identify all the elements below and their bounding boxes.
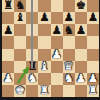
square-a8[interactable]: ♜	[2, 0, 14, 12]
square-g1[interactable]	[75, 85, 87, 97]
square-b7[interactable]: ♝	[14, 12, 26, 24]
square-d5[interactable]	[38, 36, 50, 48]
square-a3[interactable]	[2, 61, 14, 73]
square-d8[interactable]	[38, 0, 50, 12]
white-bishop-d3[interactable]: ♝	[39, 61, 49, 72]
black-pawn-h7[interactable]: ♟	[88, 12, 98, 23]
square-e7[interactable]	[51, 12, 63, 24]
square-e8[interactable]	[51, 0, 63, 12]
square-g4[interactable]	[75, 49, 87, 61]
square-e2[interactable]	[51, 73, 63, 85]
square-f8[interactable]	[63, 0, 75, 12]
square-f7[interactable]: ♟	[63, 12, 75, 24]
square-h8[interactable]	[87, 0, 99, 12]
black-knight-b8[interactable]: ♞	[15, 0, 25, 11]
square-b8[interactable]: ♞	[14, 0, 26, 12]
square-e5[interactable]	[51, 36, 63, 48]
square-a7[interactable]	[2, 12, 14, 24]
white-rook-h1[interactable]: ♜	[88, 85, 98, 96]
white-knight-f2[interactable]: ♞	[64, 73, 74, 84]
black-rook-a8[interactable]: ♜	[3, 0, 13, 11]
square-h6[interactable]	[87, 24, 99, 36]
square-b2[interactable]	[14, 73, 26, 85]
square-h2[interactable]: ♟	[87, 73, 99, 85]
white-rook-d1[interactable]: ♜	[39, 85, 49, 96]
square-c1[interactable]	[26, 85, 38, 97]
square-a4[interactable]	[2, 49, 14, 61]
chess-board-frame: ♜♞♚♝♟♟♟♟♟♞♟♟♜♝♛♟♞♞♟♟♚♜♜	[0, 0, 100, 100]
square-c2[interactable]: ♞	[26, 73, 38, 85]
square-h4[interactable]	[87, 49, 99, 61]
square-b1[interactable]: ♚	[14, 85, 26, 97]
black-pawn-a6[interactable]: ♟	[3, 24, 13, 35]
white-knight-c2[interactable]: ♞	[27, 73, 37, 84]
square-b3[interactable]	[14, 61, 26, 73]
square-e6[interactable]: ♟	[51, 24, 63, 36]
square-f6[interactable]: ♞	[63, 24, 75, 36]
square-f4[interactable]	[63, 49, 75, 61]
white-pawn-g2[interactable]: ♟	[76, 73, 86, 84]
square-a6[interactable]: ♟	[2, 24, 14, 36]
square-h5[interactable]	[87, 36, 99, 48]
square-d4[interactable]	[38, 49, 50, 61]
black-pawn-e6[interactable]: ♟	[51, 24, 61, 35]
square-f3[interactable]: ♛	[63, 61, 75, 73]
square-f2[interactable]: ♞	[63, 73, 75, 85]
white-queen-f3[interactable]: ♛	[64, 61, 74, 72]
square-a1[interactable]	[2, 85, 14, 97]
white-pawn-h2[interactable]: ♟	[88, 73, 98, 84]
black-pawn-g6[interactable]: ♟	[76, 24, 86, 35]
square-d3[interactable]: ♝	[38, 61, 50, 73]
chess-board[interactable]: ♜♞♚♝♟♟♟♟♟♞♟♟♜♝♛♟♞♞♟♟♚♜♜	[2, 0, 99, 97]
square-d6[interactable]	[38, 24, 50, 36]
square-g3[interactable]	[75, 61, 87, 73]
white-pawn-a2[interactable]: ♟	[3, 73, 13, 84]
square-g2[interactable]: ♟	[75, 73, 87, 85]
black-pawn-d7[interactable]: ♟	[39, 12, 49, 23]
square-e4[interactable]: ♟	[51, 49, 63, 61]
move-line-annotation	[31, 0, 33, 68]
black-knight-f6[interactable]: ♞	[64, 24, 74, 35]
square-g6[interactable]: ♟	[75, 24, 87, 36]
square-b6[interactable]	[14, 24, 26, 36]
square-d2[interactable]	[38, 73, 50, 85]
board-area: ♜♞♚♝♟♟♟♟♟♞♟♟♜♝♛♟♞♞♟♟♚♜♜	[2, 0, 99, 97]
square-h1[interactable]: ♜	[87, 85, 99, 97]
white-pawn-e4[interactable]: ♟	[51, 49, 61, 60]
square-b4[interactable]	[14, 49, 26, 61]
square-a5[interactable]	[2, 36, 14, 48]
black-king-g8[interactable]: ♚	[76, 0, 86, 11]
square-d1[interactable]: ♜	[38, 85, 50, 97]
square-b5[interactable]	[14, 36, 26, 48]
square-e1[interactable]	[51, 85, 63, 97]
square-g8[interactable]: ♚	[75, 0, 87, 12]
square-h7[interactable]: ♟	[87, 12, 99, 24]
square-a2[interactable]: ♟	[2, 73, 14, 85]
square-g7[interactable]	[75, 12, 87, 24]
square-d7[interactable]: ♟	[38, 12, 50, 24]
square-f5[interactable]	[63, 36, 75, 48]
square-f1[interactable]	[63, 85, 75, 97]
square-h3[interactable]	[87, 61, 99, 73]
white-king-b1[interactable]: ♚	[15, 85, 25, 96]
black-bishop-b7[interactable]: ♝	[15, 12, 25, 23]
square-e3[interactable]	[51, 61, 63, 73]
square-g5[interactable]	[75, 36, 87, 48]
black-pawn-f7[interactable]: ♟	[64, 12, 74, 23]
